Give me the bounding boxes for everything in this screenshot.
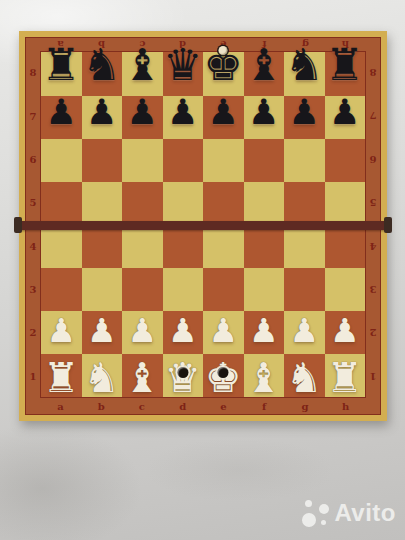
rank-label-right-8: 8 (366, 51, 380, 94)
rank-label-right-5: 5 (366, 181, 380, 224)
rank-label-right-6: 6 (366, 138, 380, 181)
square-f6 (244, 139, 285, 182)
black-bishop-c8: ♝ (123, 43, 162, 87)
rank-label-left-3: 3 (26, 268, 40, 311)
finial-ball-e8 (219, 46, 228, 55)
black-pawn-f7: ♟ (248, 95, 279, 130)
square-h3 (325, 268, 366, 311)
rank-label-left-4: 4 (26, 225, 40, 268)
square-c1: ♝ (122, 354, 163, 397)
square-g6 (284, 139, 325, 182)
white-knight-g1: ♞ (286, 358, 323, 399)
square-b1: ♞ (82, 354, 123, 397)
white-pawn-f2: ♟ (249, 314, 279, 347)
square-d8: ♛ (163, 52, 204, 96)
square-d3 (163, 268, 204, 311)
square-d6 (163, 139, 204, 182)
white-queen-d1: ♛ (164, 358, 201, 399)
square-g1: ♞ (284, 354, 325, 397)
rank-label-right-1: 1 (366, 355, 380, 398)
finial-ball-d1 (177, 367, 188, 378)
square-a1: ♜ (41, 354, 82, 397)
square-b4 (82, 225, 123, 268)
square-g4 (284, 225, 325, 268)
square-a3 (41, 268, 82, 311)
rank-label-right-2: 2 (366, 311, 380, 354)
black-pawn-a7: ♟ (46, 95, 77, 130)
square-c5 (122, 182, 163, 225)
hinge-clasp-right (384, 217, 392, 233)
white-pawn-d2: ♟ (168, 314, 198, 347)
square-c4 (122, 225, 163, 268)
rank-label-left-7: 7 (26, 94, 40, 137)
rank-label-left-6: 6 (26, 138, 40, 181)
square-b7: ♟ (82, 96, 123, 139)
square-a6 (41, 139, 82, 182)
rank-label-left-2: 2 (26, 311, 40, 354)
square-b3 (82, 268, 123, 311)
wall-shadow (150, 440, 330, 500)
square-b8: ♞ (82, 52, 123, 96)
square-h7: ♟ (325, 96, 366, 139)
square-h1: ♜ (325, 354, 366, 397)
square-a2: ♟ (41, 311, 82, 354)
white-pawn-b2: ♟ (87, 314, 117, 347)
white-rook-h1: ♜ (326, 358, 363, 399)
square-c6 (122, 139, 163, 182)
rank-label-right-7: 7 (366, 94, 380, 137)
white-bishop-f1: ♝ (245, 358, 282, 399)
square-h5 (325, 182, 366, 225)
black-pawn-b7: ♟ (86, 95, 117, 130)
square-e1: ♚ (203, 354, 244, 397)
square-b2: ♟ (82, 311, 123, 354)
square-e4 (203, 225, 244, 268)
avito-watermark-text: Avito (334, 499, 396, 527)
black-pawn-e7: ♟ (208, 95, 239, 130)
square-e3 (203, 268, 244, 311)
black-queen-d8: ♛ (163, 43, 202, 87)
rank-label-left-8: 8 (26, 51, 40, 94)
square-e6 (203, 139, 244, 182)
square-a7: ♟ (41, 96, 82, 139)
square-h4 (325, 225, 366, 268)
square-e5 (203, 182, 244, 225)
square-c2: ♟ (122, 311, 163, 354)
black-knight-g8: ♞ (285, 43, 324, 87)
square-c8: ♝ (122, 52, 163, 96)
square-h2: ♟ (325, 311, 366, 354)
hinge-clasp-left (14, 217, 22, 233)
square-d2: ♟ (163, 311, 204, 354)
hinge-fold-band (18, 221, 388, 230)
white-rook-a1: ♜ (43, 358, 80, 399)
square-f8: ♝ (244, 52, 285, 96)
black-pawn-h7: ♟ (329, 95, 360, 130)
square-g3 (284, 268, 325, 311)
square-e8: ♚ (203, 52, 244, 96)
black-rook-a8: ♜ (42, 43, 81, 87)
square-e7: ♟ (203, 96, 244, 139)
square-g8: ♞ (284, 52, 325, 96)
square-b6 (82, 139, 123, 182)
square-d1: ♛ (163, 354, 204, 397)
square-f3 (244, 268, 285, 311)
square-c3 (122, 268, 163, 311)
rank-label-right-3: 3 (366, 268, 380, 311)
black-pawn-g7: ♟ (289, 95, 320, 130)
square-a4 (41, 225, 82, 268)
rank-label-left-1: 1 (26, 355, 40, 398)
square-e2: ♟ (203, 311, 244, 354)
white-pawn-e2: ♟ (208, 314, 238, 347)
square-g5 (284, 182, 325, 225)
square-b5 (82, 182, 123, 225)
square-a8: ♜ (41, 52, 82, 96)
square-g7: ♟ (284, 96, 325, 139)
white-pawn-a2: ♟ (46, 314, 76, 347)
black-rook-h8: ♜ (325, 43, 364, 87)
wall-scuff (0, 425, 140, 540)
white-pawn-c2: ♟ (127, 314, 157, 347)
white-pawn-g2: ♟ (289, 314, 319, 347)
avito-watermark: Avito (302, 499, 396, 527)
square-d4 (163, 225, 204, 268)
black-knight-b8: ♞ (82, 43, 121, 87)
avito-logo-icon (302, 500, 329, 527)
square-g2: ♟ (284, 311, 325, 354)
square-h8: ♜ (325, 52, 366, 96)
white-pawn-h2: ♟ (330, 314, 360, 347)
square-a5 (41, 182, 82, 225)
square-c7: ♟ (122, 96, 163, 139)
square-f1: ♝ (244, 354, 285, 397)
square-d7: ♟ (163, 96, 204, 139)
square-f5 (244, 182, 285, 225)
chess-board: abcdefgh abcdefgh 87654321 87654321 ♜♞♝♛… (19, 31, 387, 421)
square-f4 (244, 225, 285, 268)
black-pawn-d7: ♟ (167, 95, 198, 130)
white-king-e1: ♚ (205, 358, 242, 399)
black-pawn-c7: ♟ (127, 95, 158, 130)
rank-label-right-4: 4 (366, 225, 380, 268)
square-f7: ♟ (244, 96, 285, 139)
photo-scene: abcdefgh abcdefgh 87654321 87654321 ♜♞♝♛… (0, 0, 405, 540)
white-knight-b1: ♞ (83, 358, 120, 399)
square-h6 (325, 139, 366, 182)
square-d5 (163, 182, 204, 225)
finial-ball-e1 (218, 367, 229, 378)
black-bishop-f8: ♝ (244, 43, 283, 87)
square-f2: ♟ (244, 311, 285, 354)
white-bishop-c1: ♝ (124, 358, 161, 399)
rank-label-left-5: 5 (26, 181, 40, 224)
